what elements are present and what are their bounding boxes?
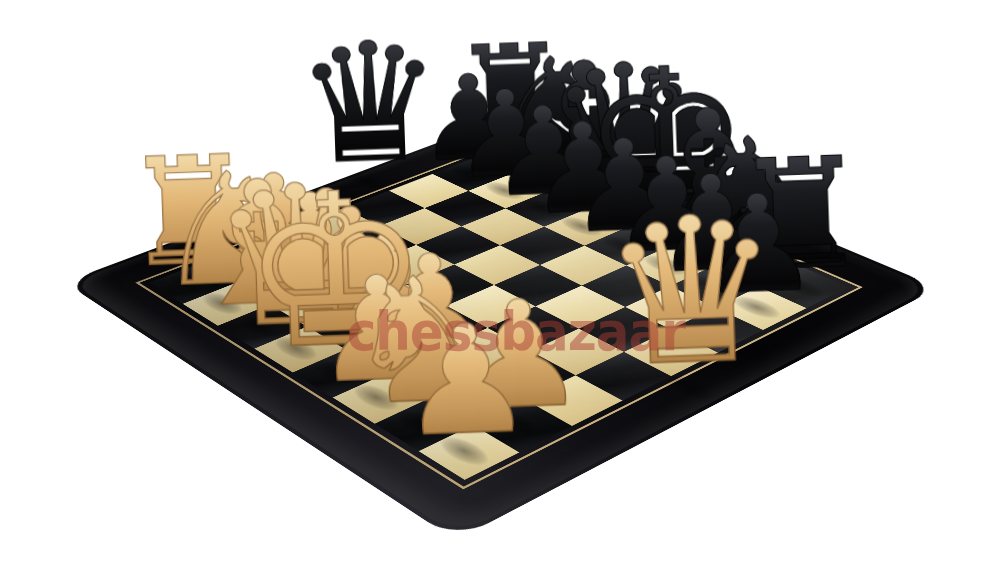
piece-layer: ♜♞♝♛♚♝♞♜♟♟♟♟♟♟♟♟♜♞♝♛♚♟♞♟♟♟♟♟♟♟♛♛ <box>64 112 938 540</box>
white-pawn-glyph: ♟ <box>396 290 537 470</box>
board-3d-plane: ♜♞♝♛♚♝♞♜♟♟♟♟♟♟♟♟♜♞♝♛♚♟♞♟♟♟♟♟♟♟♛♛ <box>64 112 938 540</box>
product-photo-scene: ♜♞♝♛♚♝♞♜♟♟♟♟♟♟♟♟♜♞♝♛♚♟♞♟♟♟♟♟♟♟♛♛ chessba… <box>0 0 1000 563</box>
